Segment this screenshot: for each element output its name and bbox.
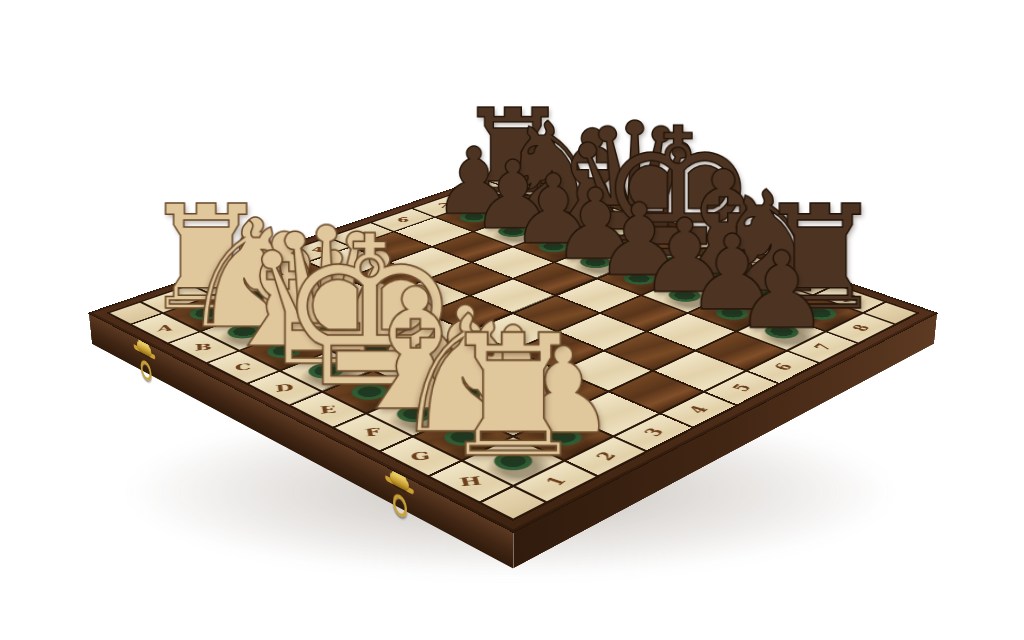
chess-board: ABCDEFGH8♜♞♝♛♚♝♞♜87♟♟♟♟♟♟♟♟7665544332♟♟♟… bbox=[87, 168, 938, 533]
file-label-h-text: H bbox=[433, 468, 509, 495]
stage: ABCDEFGH8♜♞♝♛♚♝♞♜87♟♟♟♟♟♟♟♟7665544332♟♟♟… bbox=[0, 0, 1024, 640]
clasp-plate bbox=[390, 471, 409, 492]
black-pawn-glyph: ♟ bbox=[734, 238, 829, 344]
white-rook-glyph: ♜ bbox=[438, 312, 589, 481]
board-grid: ABCDEFGH8♜♞♝♛♚♝♞♜87♟♟♟♟♟♟♟♟7665544332♟♟♟… bbox=[106, 173, 921, 521]
clasp-hook bbox=[393, 491, 408, 520]
clasp-icon bbox=[133, 338, 158, 390]
chess-set-photo: ABCDEFGH8♜♞♝♛♚♝♞♜87♟♟♟♟♟♟♟♟7665544332♟♟♟… bbox=[0, 0, 1024, 640]
clasp-hook bbox=[140, 358, 152, 383]
clasp-icon bbox=[385, 469, 415, 529]
clasp-plate bbox=[137, 340, 152, 358]
